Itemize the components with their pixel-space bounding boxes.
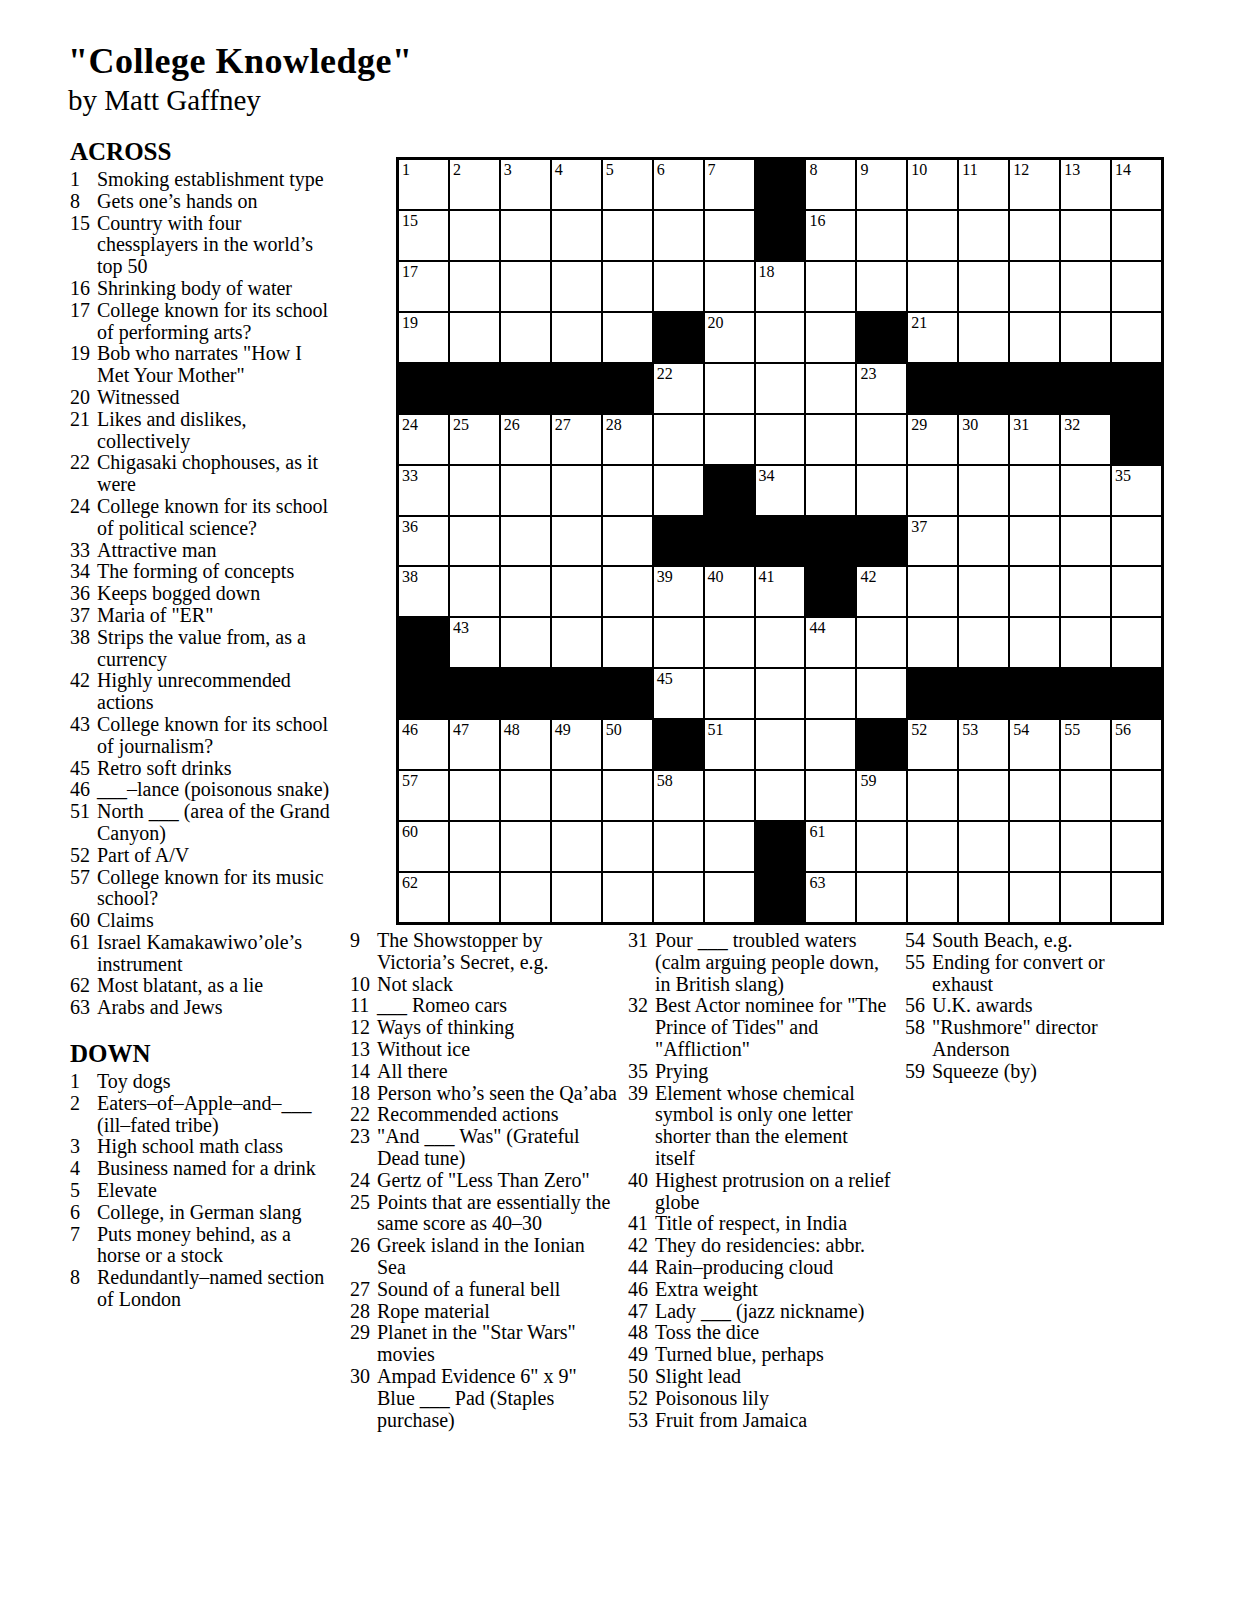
cell-number: 3 bbox=[504, 161, 512, 178]
grid-cell[interactable] bbox=[450, 873, 499, 922]
grid-cell[interactable]: 4 bbox=[552, 160, 601, 209]
grid-cell[interactable]: 2 bbox=[450, 160, 499, 209]
grid-cell[interactable] bbox=[1061, 517, 1110, 566]
grid-cell[interactable] bbox=[552, 567, 601, 616]
grid-cell[interactable] bbox=[603, 262, 652, 311]
grid-cell[interactable] bbox=[1010, 873, 1059, 922]
grid-cell[interactable]: 44 bbox=[806, 618, 855, 667]
grid-cell[interactable] bbox=[552, 211, 601, 260]
grid-cell[interactable] bbox=[908, 822, 957, 871]
grid-cell[interactable] bbox=[959, 262, 1008, 311]
grid-cell[interactable]: 33 bbox=[399, 466, 448, 515]
clue-number: 10 bbox=[350, 974, 377, 996]
grid-cell[interactable] bbox=[959, 771, 1008, 820]
grid-cell[interactable]: 34 bbox=[756, 466, 805, 515]
clue-item: 55Ending for convert or exhaust bbox=[905, 952, 1137, 996]
grid-cell[interactable]: 16 bbox=[806, 211, 855, 260]
grid-cell[interactable]: 53 bbox=[959, 720, 1008, 769]
grid-cell[interactable] bbox=[959, 466, 1008, 515]
grid-cell[interactable] bbox=[857, 873, 906, 922]
grid-cell[interactable] bbox=[806, 669, 855, 718]
clue-number: 16 bbox=[70, 278, 97, 300]
grid-cell[interactable] bbox=[705, 822, 754, 871]
grid-cell[interactable] bbox=[1010, 466, 1059, 515]
grid-cell[interactable] bbox=[1061, 211, 1110, 260]
clue-number: 31 bbox=[628, 930, 655, 952]
grid-cell[interactable]: 47 bbox=[450, 720, 499, 769]
grid-cell[interactable] bbox=[908, 873, 957, 922]
grid-cell[interactable]: 28 bbox=[603, 415, 652, 464]
grid-cell[interactable]: 23 bbox=[857, 364, 906, 413]
grid-cell bbox=[705, 517, 754, 566]
grid-cell[interactable] bbox=[450, 822, 499, 871]
grid-cell[interactable]: 36 bbox=[399, 517, 448, 566]
grid-cell[interactable] bbox=[1061, 262, 1110, 311]
grid-cell[interactable]: 41 bbox=[756, 567, 805, 616]
grid-cell[interactable]: 30 bbox=[959, 415, 1008, 464]
grid-cell[interactable] bbox=[552, 771, 601, 820]
grid-cell[interactable] bbox=[806, 771, 855, 820]
clue-item: 17College known for its school of perfor… bbox=[70, 300, 338, 344]
clue-text: Maria of "ER" bbox=[97, 604, 213, 626]
grid-cell[interactable]: 29 bbox=[908, 415, 957, 464]
cell-number: 58 bbox=[657, 772, 673, 789]
grid-cell[interactable] bbox=[603, 873, 652, 922]
clue-number: 2 bbox=[70, 1093, 97, 1115]
clue-item: 30Ampad Evidence 6" x 9" Blue ___ Pad (S… bbox=[350, 1366, 618, 1431]
grid-cell[interactable] bbox=[959, 313, 1008, 362]
clue-text: Redundantly–⁠named section of London bbox=[97, 1266, 324, 1310]
clue-text: Rope material bbox=[377, 1300, 490, 1322]
grid-cell[interactable] bbox=[705, 669, 754, 718]
grid-cell[interactable] bbox=[1112, 211, 1161, 260]
grid-cell bbox=[756, 160, 805, 209]
clue-number: 47 bbox=[628, 1301, 655, 1323]
grid-cell[interactable] bbox=[806, 364, 855, 413]
grid-cell[interactable] bbox=[1061, 771, 1110, 820]
cell-number: 56 bbox=[1115, 721, 1131, 738]
clue-text: "And ___ Was" (Grateful Dead tune) bbox=[377, 1125, 580, 1169]
clue-number: 50 bbox=[628, 1366, 655, 1388]
clue-number: 52 bbox=[628, 1388, 655, 1410]
clue-text: Sound of a funeral bell bbox=[377, 1278, 560, 1300]
clue-number: 5 bbox=[70, 1180, 97, 1202]
grid-cell[interactable]: 11 bbox=[959, 160, 1008, 209]
grid-cell[interactable] bbox=[552, 262, 601, 311]
grid-cell[interactable] bbox=[501, 822, 550, 871]
grid-cell[interactable] bbox=[705, 211, 754, 260]
grid-cell[interactable] bbox=[908, 262, 957, 311]
clue-text: Israel Kamakawiwo’ole’s instrument bbox=[97, 931, 302, 975]
cell-number: 52 bbox=[911, 721, 927, 738]
grid-cell bbox=[756, 822, 805, 871]
cell-number: 23 bbox=[860, 365, 876, 382]
clue-text: Elevate bbox=[97, 1179, 157, 1201]
grid-cell[interactable]: 51 bbox=[705, 720, 754, 769]
grid-cell[interactable] bbox=[1112, 567, 1161, 616]
clue-item: 54South Beach, e.g. bbox=[905, 930, 1137, 952]
clue-number: 18 bbox=[350, 1083, 377, 1105]
clue-number: 46 bbox=[70, 779, 97, 801]
cell-number: 15 bbox=[402, 212, 418, 229]
clue-text: Toy dogs bbox=[97, 1070, 171, 1092]
clue-number: 23 bbox=[350, 1126, 377, 1148]
clue-text: Witnessed bbox=[97, 386, 180, 408]
clue-item: 58"Rushmore" director Anderson bbox=[905, 1017, 1137, 1061]
cell-number: 17 bbox=[402, 263, 418, 280]
clue-item: 44Rain–⁠producing cloud bbox=[628, 1257, 892, 1279]
grid-cell[interactable] bbox=[908, 618, 957, 667]
clue-number: 17 bbox=[70, 300, 97, 322]
grid-cell[interactable]: 15 bbox=[399, 211, 448, 260]
grid-cell[interactable] bbox=[450, 211, 499, 260]
grid-cell bbox=[552, 364, 601, 413]
grid-cell[interactable]: 63 bbox=[806, 873, 855, 922]
clue-text: The Showstopper by Victoria’s Secret, e.… bbox=[377, 929, 549, 973]
grid-cell[interactable] bbox=[959, 822, 1008, 871]
grid-cell[interactable] bbox=[857, 822, 906, 871]
cell-number: 44 bbox=[809, 619, 825, 636]
grid-cell[interactable] bbox=[552, 873, 601, 922]
grid-cell[interactable] bbox=[654, 415, 703, 464]
grid-cell[interactable] bbox=[959, 567, 1008, 616]
grid-cell[interactable]: 46 bbox=[399, 720, 448, 769]
clue-item: 49Turned blue, perhaps bbox=[628, 1344, 892, 1366]
grid-cell[interactable]: 48 bbox=[501, 720, 550, 769]
clue-number: 8 bbox=[70, 191, 97, 213]
grid-cell[interactable] bbox=[1010, 517, 1059, 566]
clue-number: 48 bbox=[628, 1322, 655, 1344]
grid-cell[interactable] bbox=[1112, 517, 1161, 566]
grid-cell[interactable]: 7 bbox=[705, 160, 754, 209]
clue-text: They do residencies: abbr. bbox=[655, 1234, 865, 1256]
grid-cell[interactable]: 20 bbox=[705, 313, 754, 362]
grid-cell[interactable]: 9 bbox=[857, 160, 906, 209]
grid-cell[interactable] bbox=[959, 211, 1008, 260]
grid-cell[interactable]: 59 bbox=[857, 771, 906, 820]
grid-cell[interactable] bbox=[806, 466, 855, 515]
grid-cell bbox=[908, 669, 957, 718]
grid-cell[interactable]: 40 bbox=[705, 567, 754, 616]
clue-item: 18Person who’s seen the Qa’aba bbox=[350, 1083, 618, 1105]
grid-cell[interactable]: 8 bbox=[806, 160, 855, 209]
grid-cell[interactable] bbox=[1010, 771, 1059, 820]
clue-number: 43 bbox=[70, 714, 97, 736]
grid-cell[interactable] bbox=[552, 618, 601, 667]
grid-cell[interactable] bbox=[501, 771, 550, 820]
grid-cell[interactable]: 57 bbox=[399, 771, 448, 820]
clue-text: Retro soft drinks bbox=[97, 757, 231, 779]
across-header: ACROSS bbox=[70, 137, 338, 167]
clue-number: 37 bbox=[70, 605, 97, 627]
grid-cell bbox=[399, 618, 448, 667]
grid-cell[interactable] bbox=[450, 771, 499, 820]
grid-cell[interactable] bbox=[552, 313, 601, 362]
clue-number: 38 bbox=[70, 627, 97, 649]
grid-cell[interactable] bbox=[654, 618, 703, 667]
clue-item: 22Chigasaki chophouses, as it were bbox=[70, 452, 338, 496]
clue-text: Business named for a drink bbox=[97, 1157, 316, 1179]
grid-cell[interactable]: 22 bbox=[654, 364, 703, 413]
clue-number: 55 bbox=[905, 952, 932, 974]
grid-cell[interactable]: 5 bbox=[603, 160, 652, 209]
grid-cell[interactable]: 26 bbox=[501, 415, 550, 464]
grid-cell[interactable] bbox=[908, 567, 957, 616]
grid-cell[interactable]: 18 bbox=[756, 262, 805, 311]
clue-text: Part of A/V bbox=[97, 844, 189, 866]
grid-cell[interactable] bbox=[603, 466, 652, 515]
clue-text: Rain–⁠producing cloud bbox=[655, 1256, 833, 1278]
grid-cell[interactable] bbox=[1010, 211, 1059, 260]
grid-cell[interactable] bbox=[501, 567, 550, 616]
grid-cell[interactable] bbox=[756, 313, 805, 362]
grid-cell[interactable]: 10 bbox=[908, 160, 957, 209]
grid-cell[interactable] bbox=[1010, 313, 1059, 362]
grid-cell[interactable] bbox=[450, 262, 499, 311]
grid-cell[interactable] bbox=[756, 771, 805, 820]
grid-cell[interactable] bbox=[654, 466, 703, 515]
grid-cell[interactable] bbox=[857, 466, 906, 515]
grid-cell[interactable]: 58 bbox=[654, 771, 703, 820]
grid-cell[interactable]: 62 bbox=[399, 873, 448, 922]
clue-text: Arabs and Jews bbox=[97, 996, 223, 1018]
grid-cell[interactable] bbox=[501, 313, 550, 362]
grid-cell[interactable] bbox=[756, 415, 805, 464]
grid-cell[interactable] bbox=[1061, 873, 1110, 922]
clue-item: 24College known for its school of politi… bbox=[70, 496, 338, 540]
clue-text: Ways of thinking bbox=[377, 1016, 514, 1038]
grid-cell[interactable] bbox=[450, 313, 499, 362]
grid-cell[interactable] bbox=[603, 822, 652, 871]
grid-cell[interactable]: 52 bbox=[908, 720, 957, 769]
clue-number: 24 bbox=[70, 496, 97, 518]
grid-cell[interactable]: 35 bbox=[1112, 466, 1161, 515]
grid-cell[interactable] bbox=[603, 567, 652, 616]
grid-cell[interactable]: 55 bbox=[1061, 720, 1110, 769]
grid-cell bbox=[450, 364, 499, 413]
clue-number: 45 bbox=[70, 758, 97, 780]
clue-text: Bob who narrates "How I Met Your Mother" bbox=[97, 342, 302, 386]
grid-cell[interactable] bbox=[1112, 313, 1161, 362]
grid-cell[interactable] bbox=[959, 517, 1008, 566]
grid-cell[interactable] bbox=[654, 873, 703, 922]
grid-cell[interactable] bbox=[756, 364, 805, 413]
grid-cell[interactable]: 38 bbox=[399, 567, 448, 616]
grid-cell[interactable] bbox=[857, 211, 906, 260]
grid-cell[interactable]: 14 bbox=[1112, 160, 1161, 209]
clue-item: 26Greek island in the Ionian Sea bbox=[350, 1235, 618, 1279]
grid-cell bbox=[756, 873, 805, 922]
grid-cell bbox=[603, 669, 652, 718]
grid-cell bbox=[552, 669, 601, 718]
grid-cell[interactable] bbox=[501, 466, 550, 515]
grid-cell[interactable] bbox=[756, 720, 805, 769]
grid-cell[interactable] bbox=[1061, 618, 1110, 667]
grid-cell[interactable]: 37 bbox=[908, 517, 957, 566]
grid-cell[interactable]: 25 bbox=[450, 415, 499, 464]
grid-cell[interactable] bbox=[908, 466, 957, 515]
grid-cell[interactable] bbox=[1112, 771, 1161, 820]
grid-cell[interactable] bbox=[552, 517, 601, 566]
cell-number: 22 bbox=[657, 365, 673, 382]
clue-text: Recommended actions bbox=[377, 1103, 559, 1125]
grid-cell[interactable] bbox=[450, 517, 499, 566]
grid-cell[interactable] bbox=[450, 567, 499, 616]
grid-cell[interactable] bbox=[705, 364, 754, 413]
grid-cell[interactable] bbox=[501, 873, 550, 922]
grid-cell[interactable] bbox=[603, 618, 652, 667]
grid-cell[interactable]: 19 bbox=[399, 313, 448, 362]
clue-item: 28Rope material bbox=[350, 1301, 618, 1323]
grid-cell bbox=[756, 517, 805, 566]
grid-cell[interactable]: 27 bbox=[552, 415, 601, 464]
grid-cell[interactable] bbox=[501, 517, 550, 566]
grid-cell[interactable] bbox=[1112, 262, 1161, 311]
grid-cell bbox=[857, 720, 906, 769]
grid-cell[interactable] bbox=[857, 415, 906, 464]
clue-number: 60 bbox=[70, 910, 97, 932]
grid-cell[interactable] bbox=[908, 211, 957, 260]
clue-text: Not slack bbox=[377, 973, 453, 995]
cell-number: 16 bbox=[809, 212, 825, 229]
grid-cell[interactable] bbox=[603, 313, 652, 362]
clue-number: 1 bbox=[70, 169, 97, 191]
clue-text: Gertz of "Less Than Zero" bbox=[377, 1169, 590, 1191]
clue-number: 8 bbox=[70, 1267, 97, 1289]
grid-cell[interactable] bbox=[654, 822, 703, 871]
clue-number: 32 bbox=[628, 995, 655, 1017]
clue-number: 49 bbox=[628, 1344, 655, 1366]
grid-cell[interactable] bbox=[654, 262, 703, 311]
grid-cell[interactable]: 45 bbox=[654, 669, 703, 718]
grid-cell[interactable] bbox=[1061, 567, 1110, 616]
grid-cell[interactable]: 56 bbox=[1112, 720, 1161, 769]
grid-cell[interactable]: 54 bbox=[1010, 720, 1059, 769]
grid-cell[interactable] bbox=[705, 873, 754, 922]
grid-cell[interactable]: 61 bbox=[806, 822, 855, 871]
grid-cell[interactable] bbox=[1010, 567, 1059, 616]
grid-cell[interactable]: 21 bbox=[908, 313, 957, 362]
grid-cell[interactable] bbox=[806, 262, 855, 311]
grid-cell[interactable] bbox=[1010, 822, 1059, 871]
cell-number: 54 bbox=[1013, 721, 1029, 738]
grid-cell[interactable] bbox=[1010, 618, 1059, 667]
grid-cell[interactable] bbox=[959, 873, 1008, 922]
grid-cell[interactable] bbox=[1061, 822, 1110, 871]
grid-cell[interactable] bbox=[552, 822, 601, 871]
grid-cell[interactable]: 17 bbox=[399, 262, 448, 311]
grid-cell[interactable] bbox=[1112, 822, 1161, 871]
grid-cell[interactable] bbox=[857, 262, 906, 311]
clue-number: 40 bbox=[628, 1170, 655, 1192]
clue-item: 5Elevate bbox=[70, 1180, 338, 1202]
grid-cell[interactable] bbox=[857, 618, 906, 667]
down-clue-list-2: 9The Showstopper by Victoria’s Secret, e… bbox=[350, 930, 618, 1431]
grid-cell[interactable] bbox=[603, 517, 652, 566]
grid-cell[interactable] bbox=[654, 211, 703, 260]
cell-number: 27 bbox=[555, 416, 571, 433]
grid-cell[interactable] bbox=[1061, 466, 1110, 515]
clue-text: ___–⁠lance (poisonous snake) bbox=[97, 778, 329, 800]
grid-cell[interactable] bbox=[705, 771, 754, 820]
grid-cell[interactable] bbox=[908, 771, 957, 820]
grid-cell[interactable]: 49 bbox=[552, 720, 601, 769]
grid-cell bbox=[1112, 669, 1161, 718]
grid-cell[interactable] bbox=[501, 618, 550, 667]
grid-cell[interactable]: 43 bbox=[450, 618, 499, 667]
grid-cell[interactable]: 12 bbox=[1010, 160, 1059, 209]
grid-cell[interactable]: 6 bbox=[654, 160, 703, 209]
grid-cell[interactable] bbox=[1112, 873, 1161, 922]
grid-cell[interactable]: 32 bbox=[1061, 415, 1110, 464]
grid-cell[interactable] bbox=[450, 466, 499, 515]
grid-cell[interactable] bbox=[806, 720, 855, 769]
clue-number: 63 bbox=[70, 997, 97, 1019]
clue-item: 41Title of respect, in India bbox=[628, 1213, 892, 1235]
clue-text: Ending for convert or exhaust bbox=[932, 951, 1105, 995]
grid-cell[interactable] bbox=[806, 313, 855, 362]
grid-cell[interactable]: 1 bbox=[399, 160, 448, 209]
grid-cell[interactable] bbox=[806, 415, 855, 464]
grid-cell[interactable] bbox=[1112, 618, 1161, 667]
grid-cell bbox=[399, 669, 448, 718]
clue-item: 2Eaters–⁠of–⁠Apple–⁠and–⁠___ (ill–⁠fated… bbox=[70, 1093, 338, 1137]
cell-number: 2 bbox=[453, 161, 461, 178]
grid-cell[interactable] bbox=[705, 262, 754, 311]
grid-cell[interactable] bbox=[705, 618, 754, 667]
clue-text: Highly unrecommended actions bbox=[97, 669, 291, 713]
grid-cell[interactable] bbox=[705, 415, 754, 464]
clue-text: Puts money behind, as a horse or a stock bbox=[97, 1223, 291, 1267]
grid-cell[interactable]: 42 bbox=[857, 567, 906, 616]
grid-cell[interactable] bbox=[501, 262, 550, 311]
grid-cell[interactable] bbox=[501, 211, 550, 260]
page-title: "College Knowledge" bbox=[68, 40, 412, 82]
grid-cell[interactable] bbox=[1010, 262, 1059, 311]
grid-cell[interactable] bbox=[756, 669, 805, 718]
clue-text: Person who’s seen the Qa’aba bbox=[377, 1082, 617, 1104]
down-clue-list-1: 1Toy dogs2Eaters–⁠of–⁠Apple–⁠and–⁠___ (i… bbox=[70, 1071, 338, 1311]
grid-cell[interactable] bbox=[603, 771, 652, 820]
grid-cell[interactable]: 39 bbox=[654, 567, 703, 616]
grid-cell[interactable]: 3 bbox=[501, 160, 550, 209]
clue-text: Extra weight bbox=[655, 1278, 758, 1300]
grid-cell bbox=[908, 364, 957, 413]
grid-cell[interactable] bbox=[959, 618, 1008, 667]
clue-item: 56U.K. awards bbox=[905, 995, 1137, 1017]
grid-cell[interactable]: 24 bbox=[399, 415, 448, 464]
grid-cell bbox=[959, 669, 1008, 718]
grid-cell[interactable] bbox=[1061, 313, 1110, 362]
cell-number: 19 bbox=[402, 314, 418, 331]
clue-text: Greek island in the Ionian Sea bbox=[377, 1234, 585, 1278]
grid-cell[interactable]: 13 bbox=[1061, 160, 1110, 209]
clue-item: 43College known for its school of journa… bbox=[70, 714, 338, 758]
grid-cell[interactable]: 60 bbox=[399, 822, 448, 871]
clue-number: 53 bbox=[628, 1410, 655, 1432]
clue-item: 29Planet in the "Star Wars" movies bbox=[350, 1322, 618, 1366]
clue-number: 42 bbox=[70, 670, 97, 692]
grid-cell[interactable] bbox=[603, 211, 652, 260]
grid-cell[interactable]: 50 bbox=[603, 720, 652, 769]
cell-number: 29 bbox=[911, 416, 927, 433]
grid-cell[interactable]: 31 bbox=[1010, 415, 1059, 464]
grid-cell[interactable] bbox=[552, 466, 601, 515]
grid-cell[interactable] bbox=[756, 618, 805, 667]
cell-number: 47 bbox=[453, 721, 469, 738]
clue-text: College, in German slang bbox=[97, 1201, 301, 1223]
grid-cell[interactable] bbox=[857, 669, 906, 718]
